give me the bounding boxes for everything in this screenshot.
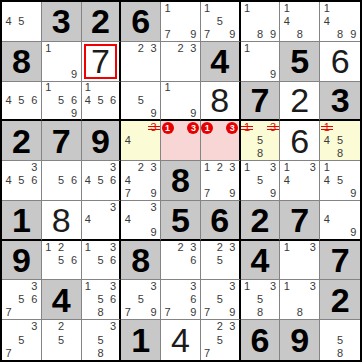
cell-r5c8[interactable]: 134 bbox=[280, 161, 320, 201]
cell-r7c8[interactable]: 13 bbox=[280, 241, 320, 281]
cell-r9c8[interactable]: 9 bbox=[280, 320, 320, 360]
given-digit: 7 bbox=[280, 201, 319, 239]
candidate-4: 4 bbox=[121, 174, 134, 187]
candidate-1: 1 bbox=[280, 241, 293, 254]
pencil-marks: 25 bbox=[42, 320, 81, 360]
cell-r7c3[interactable]: 1356 bbox=[82, 241, 122, 281]
candidate-7: 7 bbox=[201, 306, 214, 319]
candidate-3: 3 bbox=[226, 241, 239, 254]
candidate-3: 3 bbox=[226, 280, 239, 293]
candidate-5: 5 bbox=[15, 293, 28, 306]
candidate-9: 9 bbox=[347, 28, 360, 41]
given-digit: 1 bbox=[2, 201, 41, 239]
cell-r6c8[interactable]: 7 bbox=[280, 201, 320, 241]
cell-r3c3[interactable]: 1456 bbox=[82, 82, 122, 122]
cell-r6c9[interactable]: 49 bbox=[320, 201, 360, 241]
pencil-marks: 23 bbox=[121, 42, 160, 81]
candidate-7: 7 bbox=[121, 306, 134, 319]
given-digit: 7 bbox=[241, 82, 280, 120]
candidate-1: 1 bbox=[42, 42, 55, 55]
candidate-5: 5 bbox=[94, 254, 107, 267]
cell-r4c7[interactable]: 5813 bbox=[241, 121, 281, 161]
candidate-7: 7 bbox=[201, 187, 214, 200]
cell-r8c4[interactable]: 3579 bbox=[121, 280, 161, 320]
candidate-5: 5 bbox=[94, 174, 107, 187]
eliminated-candidate-1: 1 bbox=[241, 121, 254, 134]
cell-r2c6[interactable]: 4 bbox=[201, 42, 241, 82]
candidate-6: 6 bbox=[28, 293, 41, 306]
cell-r9c7[interactable]: 6 bbox=[241, 320, 281, 360]
cell-r6c3[interactable]: 34 bbox=[82, 201, 122, 241]
candidate-4: 4 bbox=[2, 15, 15, 28]
cell-r3c8[interactable]: 2 bbox=[280, 82, 320, 122]
candidate-4: 4 bbox=[320, 213, 333, 226]
cell-r4c3[interactable]: 9 bbox=[82, 121, 122, 161]
candidate-9: 9 bbox=[147, 187, 160, 200]
pencil-marks: 1459 bbox=[320, 161, 360, 200]
candidate-4: 4 bbox=[320, 15, 333, 28]
pencil-marks: 1358 bbox=[241, 280, 280, 319]
pencil-marks: 148 bbox=[280, 2, 319, 41]
cell-r6c1[interactable]: 1 bbox=[2, 201, 42, 241]
pencil-marks: 13568 bbox=[82, 280, 120, 319]
solved-digit: 8 bbox=[42, 201, 81, 239]
candidate-3: 3 bbox=[187, 280, 200, 293]
pencil-marks: 23479 bbox=[121, 161, 160, 200]
pencil-marks: 13 bbox=[161, 121, 200, 160]
cell-r5c9[interactable]: 1459 bbox=[320, 161, 360, 201]
pencil-marks: 189 bbox=[241, 2, 280, 41]
cell-r1c7[interactable]: 189 bbox=[241, 2, 281, 42]
candidate-6: 6 bbox=[107, 174, 120, 187]
chain-candidate-3: 3 bbox=[226, 121, 239, 134]
cell-r9c5[interactable]: 4 bbox=[161, 320, 201, 360]
candidate-1: 1 bbox=[320, 2, 333, 15]
cell-r4c8[interactable]: 6 bbox=[280, 121, 320, 161]
candidate-3: 3 bbox=[147, 280, 160, 293]
candidate-7: 7 bbox=[201, 347, 214, 360]
candidate-8: 8 bbox=[254, 28, 267, 41]
candidate-1: 1 bbox=[280, 280, 293, 293]
cell-r4c1[interactable]: 2 bbox=[2, 121, 42, 161]
cell-r7c9[interactable]: 7 bbox=[320, 241, 360, 281]
candidate-5: 5 bbox=[213, 15, 226, 28]
candidate-1: 1 bbox=[201, 2, 214, 15]
candidate-9: 9 bbox=[187, 107, 200, 120]
given-digit: 6 bbox=[121, 2, 160, 41]
cell-r8c8[interactable]: 138 bbox=[280, 280, 320, 320]
cell-r7c1[interactable]: 9 bbox=[2, 241, 42, 281]
candidate-1: 1 bbox=[241, 161, 254, 174]
cell-r2c1[interactable]: 8 bbox=[2, 42, 42, 82]
candidate-9: 9 bbox=[347, 187, 360, 200]
given-digit: 7 bbox=[320, 241, 360, 280]
cell-r4c4[interactable]: 43 bbox=[121, 121, 161, 161]
candidate-7: 7 bbox=[161, 28, 174, 41]
given-digit: 8 bbox=[161, 161, 200, 200]
pencil-marks: 1359 bbox=[241, 161, 280, 200]
cell-r3c9[interactable]: 3 bbox=[320, 82, 360, 122]
cell-r8c7[interactable]: 1358 bbox=[241, 280, 281, 320]
cell-r4c9[interactable]: 4581 bbox=[320, 121, 360, 161]
pencil-marks: 1456 bbox=[82, 82, 120, 120]
candidate-4: 4 bbox=[320, 174, 333, 187]
pencil-marks: 235 bbox=[201, 241, 239, 280]
candidate-5: 5 bbox=[213, 293, 226, 306]
cell-r3c5[interactable]: 19 bbox=[161, 82, 201, 122]
pencil-marks: 1489 bbox=[320, 2, 360, 41]
cell-r2c7[interactable]: 19 bbox=[241, 42, 281, 82]
candidate-2: 2 bbox=[55, 241, 68, 254]
cell-r7c2[interactable]: 1256 bbox=[42, 241, 82, 281]
pencil-marks: 2357 bbox=[201, 320, 239, 360]
sudoku-board: 4532617915791891481489819723234195645615… bbox=[0, 0, 362, 362]
candidate-8: 8 bbox=[333, 147, 346, 160]
candidate-5: 5 bbox=[55, 254, 68, 267]
candidate-7: 7 bbox=[201, 28, 214, 41]
candidate-5: 5 bbox=[134, 94, 147, 107]
candidate-2: 2 bbox=[174, 42, 187, 55]
candidate-4: 4 bbox=[82, 213, 95, 226]
cell-r8c5[interactable]: 3679 bbox=[161, 280, 201, 320]
candidate-2: 2 bbox=[55, 320, 68, 333]
candidate-9: 9 bbox=[226, 28, 239, 41]
candidate-5: 5 bbox=[254, 174, 267, 187]
pencil-marks: 138 bbox=[280, 280, 319, 319]
candidate-6: 6 bbox=[187, 293, 200, 306]
given-digit: 1 bbox=[121, 320, 160, 360]
candidate-3: 3 bbox=[226, 320, 239, 333]
candidate-8: 8 bbox=[293, 28, 306, 41]
candidate-3: 3 bbox=[306, 280, 319, 293]
candidate-3: 3 bbox=[107, 280, 120, 293]
pencil-marks: 34 bbox=[82, 201, 120, 239]
given-digit: 3 bbox=[320, 82, 360, 120]
pencil-marks: 49 bbox=[320, 201, 360, 239]
cell-r3c2[interactable]: 1569 bbox=[42, 82, 82, 122]
candidate-4: 4 bbox=[82, 94, 95, 107]
candidate-6: 6 bbox=[68, 254, 81, 267]
cell-r1c4[interactable]: 6 bbox=[121, 2, 161, 42]
solved-digit: 2 bbox=[280, 82, 319, 120]
pencil-marks: 3579 bbox=[121, 280, 160, 319]
candidate-3: 3 bbox=[147, 42, 160, 55]
candidate-3: 3 bbox=[107, 320, 120, 333]
pencil-marks: 179 bbox=[161, 2, 200, 41]
candidate-3: 3 bbox=[267, 161, 280, 174]
cell-r6c4[interactable]: 349 bbox=[121, 201, 161, 241]
cell-r2c4[interactable]: 23 bbox=[121, 42, 161, 82]
candidate-6: 6 bbox=[107, 94, 120, 107]
cell-r4c5[interactable]: 13 bbox=[161, 121, 201, 161]
candidate-7: 7 bbox=[2, 347, 15, 360]
cell-r1c1[interactable]: 45 bbox=[2, 2, 42, 42]
candidate-5: 5 bbox=[94, 293, 107, 306]
candidate-3: 3 bbox=[147, 161, 160, 174]
candidate-2: 2 bbox=[134, 161, 147, 174]
candidate-9: 9 bbox=[267, 68, 280, 81]
candidate-8: 8 bbox=[94, 306, 107, 319]
cell-r9c2[interactable]: 25 bbox=[42, 320, 82, 360]
cell-r1c9[interactable]: 1489 bbox=[320, 2, 360, 42]
pencil-marks: 358 bbox=[82, 320, 120, 360]
cell-r2c5[interactable]: 23 bbox=[161, 42, 201, 82]
pencil-marks: 349 bbox=[121, 201, 160, 239]
cell-r7c6[interactable]: 235 bbox=[201, 241, 241, 281]
pencil-marks: 456 bbox=[2, 82, 41, 120]
candidate-9: 9 bbox=[68, 68, 81, 81]
pencil-marks: 3579 bbox=[201, 280, 239, 319]
candidate-3: 3 bbox=[147, 201, 160, 214]
cell-r6c7[interactable]: 2 bbox=[241, 201, 281, 241]
candidate-7: 7 bbox=[161, 306, 174, 319]
candidate-5: 5 bbox=[15, 333, 28, 346]
candidate-1: 1 bbox=[42, 82, 55, 95]
pencil-marks: 1256 bbox=[42, 241, 81, 280]
given-digit: 8 bbox=[121, 241, 160, 280]
cell-r1c5[interactable]: 179 bbox=[161, 2, 201, 42]
candidate-5: 5 bbox=[333, 333, 346, 346]
pencil-marks: 5813 bbox=[241, 121, 280, 160]
pencil-marks: 1356 bbox=[82, 241, 120, 280]
given-digit: 5 bbox=[280, 42, 319, 81]
candidate-4: 4 bbox=[320, 134, 333, 147]
cell-r8c9[interactable]: 2 bbox=[320, 280, 360, 320]
candidate-4: 4 bbox=[2, 94, 15, 107]
candidate-3: 3 bbox=[107, 241, 120, 254]
given-digit: 2 bbox=[241, 201, 280, 239]
chain-candidate-1: 1 bbox=[161, 121, 174, 134]
candidate-1: 1 bbox=[320, 161, 333, 174]
candidate-4: 4 bbox=[280, 15, 293, 28]
cell-r5c5[interactable]: 8 bbox=[161, 161, 201, 201]
candidate-5: 5 bbox=[213, 254, 226, 267]
cell-r2c8[interactable]: 5 bbox=[280, 42, 320, 82]
candidate-8: 8 bbox=[254, 147, 267, 160]
cell-r7c5[interactable]: 236 bbox=[161, 241, 201, 281]
candidate-5: 5 bbox=[333, 174, 346, 187]
cell-r6c6[interactable]: 6 bbox=[201, 201, 241, 241]
candidate-9: 9 bbox=[347, 226, 360, 239]
candidate-1: 1 bbox=[161, 2, 174, 15]
chain-candidate-1: 1 bbox=[201, 121, 214, 134]
solved-digit: 8 bbox=[201, 82, 239, 120]
candidate-5: 5 bbox=[333, 134, 346, 147]
candidate-1: 1 bbox=[201, 161, 214, 174]
eliminated-candidate-1: 1 bbox=[320, 121, 333, 134]
cell-r8c6[interactable]: 3579 bbox=[201, 280, 241, 320]
pencil-marks: 19 bbox=[241, 42, 280, 81]
cell-r5c7[interactable]: 1359 bbox=[241, 161, 281, 201]
given-digit: 4 bbox=[42, 280, 81, 319]
cell-r9c9[interactable]: 58 bbox=[320, 320, 360, 360]
candidate-5: 5 bbox=[213, 333, 226, 346]
candidate-3: 3 bbox=[306, 161, 319, 174]
candidate-2: 2 bbox=[174, 241, 187, 254]
candidate-6: 6 bbox=[28, 94, 41, 107]
cell-r6c2[interactable]: 8 bbox=[42, 201, 82, 241]
cell-r9c3[interactable]: 358 bbox=[82, 320, 122, 360]
given-digit: 4 bbox=[201, 42, 239, 81]
candidate-5: 5 bbox=[55, 174, 68, 187]
candidate-3: 3 bbox=[107, 201, 120, 214]
pencil-marks: 12379 bbox=[201, 161, 239, 200]
candidate-4: 4 bbox=[82, 174, 95, 187]
candidate-9: 9 bbox=[147, 306, 160, 319]
pencil-marks: 1579 bbox=[201, 2, 239, 41]
given-digit: 2 bbox=[320, 280, 360, 319]
candidate-3: 3 bbox=[28, 161, 41, 174]
pencil-marks: 3679 bbox=[161, 280, 200, 319]
candidate-4: 4 bbox=[121, 213, 134, 226]
pencil-marks: 56 bbox=[42, 161, 81, 200]
cell-r2c3-selected[interactable]: 7 bbox=[82, 42, 122, 82]
candidate-6: 6 bbox=[68, 174, 81, 187]
cell-r5c6[interactable]: 12379 bbox=[201, 161, 241, 201]
candidate-5: 5 bbox=[15, 15, 28, 28]
pencil-marks: 58 bbox=[320, 320, 360, 360]
eliminated-candidate-3: 3 bbox=[267, 121, 280, 134]
candidate-6: 6 bbox=[107, 293, 120, 306]
cell-r5c4[interactable]: 23479 bbox=[121, 161, 161, 201]
candidate-3: 3 bbox=[267, 280, 280, 293]
candidate-5: 5 bbox=[254, 134, 267, 147]
pencil-marks: 3456 bbox=[82, 161, 120, 200]
candidate-1: 1 bbox=[82, 241, 95, 254]
candidate-8: 8 bbox=[94, 347, 107, 360]
given-digit: 6 bbox=[201, 201, 239, 239]
cell-r9c1[interactable]: 357 bbox=[2, 320, 42, 360]
candidate-7: 7 bbox=[121, 187, 134, 200]
candidate-9: 9 bbox=[267, 28, 280, 41]
candidate-6: 6 bbox=[68, 94, 81, 107]
candidate-7: 7 bbox=[2, 306, 15, 319]
candidate-2: 2 bbox=[134, 42, 147, 55]
candidate-6: 6 bbox=[107, 254, 120, 267]
candidate-1: 1 bbox=[241, 2, 254, 15]
candidate-8: 8 bbox=[333, 347, 346, 360]
cell-r9c6[interactable]: 2357 bbox=[201, 320, 241, 360]
cell-r2c9[interactable]: 6 bbox=[320, 42, 360, 82]
cell-r7c7[interactable]: 4 bbox=[241, 241, 281, 281]
candidate-6: 6 bbox=[187, 254, 200, 267]
cell-r4c2[interactable]: 7 bbox=[42, 121, 82, 161]
candidate-9: 9 bbox=[147, 226, 160, 239]
candidate-4: 4 bbox=[121, 134, 134, 147]
candidate-3: 3 bbox=[306, 241, 319, 254]
candidate-3: 3 bbox=[187, 241, 200, 254]
pencil-marks: 13 bbox=[201, 121, 239, 160]
cell-r5c1[interactable]: 3456 bbox=[2, 161, 42, 201]
pencil-marks: 13 bbox=[280, 241, 319, 280]
given-digit: 9 bbox=[2, 241, 41, 280]
cell-r1c3[interactable]: 2 bbox=[82, 2, 122, 42]
given-digit: 3 bbox=[42, 2, 81, 41]
pencil-marks: 4581 bbox=[320, 121, 360, 160]
candidate-5: 5 bbox=[55, 333, 68, 346]
cell-r3c6[interactable]: 8 bbox=[201, 82, 241, 122]
pencil-marks: 19 bbox=[42, 42, 81, 81]
pencil-marks: 3456 bbox=[2, 161, 41, 200]
candidate-1: 1 bbox=[280, 161, 293, 174]
cell-r1c8[interactable]: 148 bbox=[280, 2, 320, 42]
candidate-2: 2 bbox=[213, 241, 226, 254]
candidate-1: 1 bbox=[82, 280, 95, 293]
candidate-3: 3 bbox=[187, 42, 200, 55]
candidate-9: 9 bbox=[226, 306, 239, 319]
candidate-9: 9 bbox=[147, 107, 160, 120]
cell-r3c4[interactable]: 59 bbox=[121, 82, 161, 122]
given-digit: 2 bbox=[82, 2, 120, 41]
eliminated-candidate-3: 3 bbox=[147, 121, 160, 134]
cell-r3c7[interactable]: 7 bbox=[241, 82, 281, 122]
cell-r1c2[interactable]: 3 bbox=[42, 2, 82, 42]
candidate-9: 9 bbox=[187, 306, 200, 319]
candidate-9: 9 bbox=[187, 28, 200, 41]
cell-r8c2[interactable]: 4 bbox=[42, 280, 82, 320]
candidate-5: 5 bbox=[55, 94, 68, 107]
given-digit: 2 bbox=[2, 121, 41, 160]
given-digit: 4 bbox=[241, 241, 280, 280]
cell-r5c2[interactable]: 56 bbox=[42, 161, 82, 201]
pencil-marks: 45 bbox=[2, 2, 41, 41]
cell-r6c5[interactable]: 5 bbox=[161, 201, 201, 241]
given-digit: 9 bbox=[82, 121, 120, 160]
given-digit: 9 bbox=[280, 320, 319, 360]
cell-r1c6[interactable]: 1579 bbox=[201, 2, 241, 42]
pencil-marks: 59 bbox=[121, 82, 160, 120]
cell-r4c6[interactable]: 13 bbox=[201, 121, 241, 161]
candidate-9: 9 bbox=[226, 187, 239, 200]
chain-candidate-3: 3 bbox=[187, 121, 200, 134]
solved-digit: 6 bbox=[280, 121, 319, 160]
given-digit: 7 bbox=[42, 121, 81, 160]
candidate-2: 2 bbox=[213, 320, 226, 333]
cell-r7c4[interactable]: 8 bbox=[121, 241, 161, 281]
candidate-4: 4 bbox=[280, 174, 293, 187]
candidate-3: 3 bbox=[28, 280, 41, 293]
cell-r8c1[interactable]: 3567 bbox=[2, 280, 42, 320]
candidate-9: 9 bbox=[267, 187, 280, 200]
solved-digit: 6 bbox=[320, 42, 360, 81]
cell-r9c4[interactable]: 1 bbox=[121, 320, 161, 360]
cell-r8c3[interactable]: 13568 bbox=[82, 280, 122, 320]
pencil-marks: 236 bbox=[161, 241, 200, 280]
candidate-3: 3 bbox=[226, 161, 239, 174]
candidate-8: 8 bbox=[293, 306, 306, 319]
cell-r3c1[interactable]: 456 bbox=[2, 82, 42, 122]
solved-digit: 7 bbox=[82, 42, 120, 81]
cell-r2c2[interactable]: 19 bbox=[42, 42, 82, 82]
candidate-2: 2 bbox=[213, 161, 226, 174]
candidate-1: 1 bbox=[42, 241, 55, 254]
given-digit: 8 bbox=[2, 42, 41, 81]
solved-digit: 4 bbox=[161, 320, 200, 360]
candidate-1: 1 bbox=[241, 280, 254, 293]
candidate-5: 5 bbox=[134, 293, 147, 306]
candidate-3: 3 bbox=[28, 320, 41, 333]
pencil-marks: 357 bbox=[2, 320, 41, 360]
candidate-5: 5 bbox=[254, 293, 267, 306]
candidate-1: 1 bbox=[82, 82, 95, 95]
candidate-1: 1 bbox=[161, 82, 174, 95]
cell-r5c3[interactable]: 3456 bbox=[82, 161, 122, 201]
candidate-9: 9 bbox=[68, 107, 81, 120]
candidate-5: 5 bbox=[94, 333, 107, 346]
pencil-marks: 43 bbox=[121, 121, 160, 160]
candidate-8: 8 bbox=[333, 28, 346, 41]
candidate-1: 1 bbox=[241, 42, 254, 55]
